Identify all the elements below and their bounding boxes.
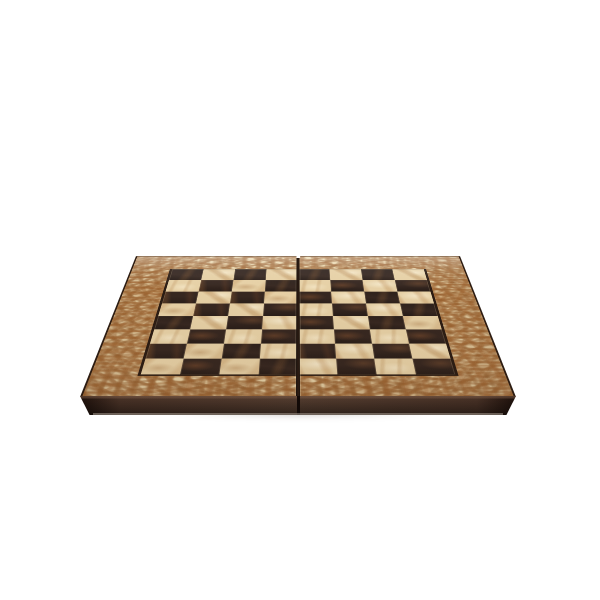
board-square (222, 344, 261, 359)
product-photo (0, 0, 600, 600)
board-square (265, 280, 298, 291)
board-square (201, 269, 235, 280)
board-square (370, 329, 409, 343)
board-square (154, 316, 193, 329)
board-square (180, 359, 222, 375)
board-square (150, 329, 190, 343)
board-square (260, 344, 298, 359)
board-square (266, 269, 298, 280)
board-square (169, 269, 204, 280)
board-square (372, 344, 412, 359)
board-square (226, 316, 263, 329)
board-square (395, 280, 431, 291)
board-square (298, 269, 330, 280)
board-square (184, 344, 224, 359)
board-square (261, 329, 298, 343)
board-square (298, 316, 334, 329)
board-square (232, 280, 266, 291)
board-square (298, 303, 333, 316)
board-square (219, 359, 260, 375)
board-front-edge (80, 396, 516, 415)
chess-board (80, 0, 516, 397)
board-top-surface (80, 256, 516, 397)
board-square (224, 329, 262, 343)
board-square (335, 344, 374, 359)
board-square (368, 316, 406, 329)
board-square (199, 280, 234, 291)
board-square (397, 292, 434, 304)
board-square (228, 303, 264, 316)
board-square (158, 303, 196, 316)
board-square (141, 359, 184, 375)
board-square (298, 344, 336, 359)
board-square (196, 292, 232, 304)
board-square (233, 269, 266, 280)
board-square (262, 316, 298, 329)
board-square (298, 359, 337, 375)
board-square (334, 329, 372, 343)
board-square (187, 329, 226, 343)
hinge-gap (296, 256, 300, 258)
board-square (333, 316, 370, 329)
board-square (264, 292, 298, 304)
board-square (298, 292, 332, 304)
board-square (336, 359, 377, 375)
fold-seam (296, 256, 300, 396)
board-square (331, 292, 366, 304)
fold-seam-front (297, 396, 300, 415)
board-square (259, 359, 298, 375)
board-square (330, 280, 364, 291)
board-square (329, 269, 362, 280)
board-square (332, 303, 368, 316)
board-square (400, 303, 438, 316)
board-square (298, 329, 335, 343)
board-square (162, 292, 199, 304)
board-square (145, 344, 186, 359)
board-square (193, 303, 230, 316)
board-square (409, 344, 450, 359)
board-square (366, 303, 403, 316)
board-square (298, 280, 331, 291)
board-square (392, 269, 427, 280)
board-square (412, 359, 455, 375)
board-square (364, 292, 400, 304)
board-square (406, 329, 446, 343)
board-square (361, 269, 395, 280)
board-square (166, 280, 202, 291)
board-square (363, 280, 398, 291)
board-square (403, 316, 442, 329)
board-square (190, 316, 228, 329)
board-square (230, 292, 265, 304)
board-square (374, 359, 416, 375)
board-square (263, 303, 298, 316)
